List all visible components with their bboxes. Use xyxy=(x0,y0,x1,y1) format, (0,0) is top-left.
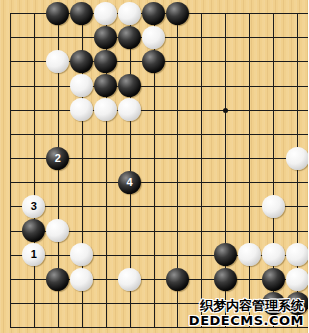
black-stone xyxy=(70,2,93,25)
black-stone xyxy=(118,26,141,49)
black-stone xyxy=(142,2,165,25)
move-number: 3 xyxy=(22,195,45,218)
black-stone xyxy=(166,268,189,291)
black-stone xyxy=(70,50,93,73)
watermark: 织梦内容管理系统 DEDECMS.COM xyxy=(189,298,304,328)
grid-line-horizontal xyxy=(10,110,308,111)
white-stone xyxy=(286,147,309,170)
white-stone xyxy=(238,243,261,266)
go-board: 2431 织梦内容管理系统 DEDECMS.COM xyxy=(0,0,308,333)
white-stone xyxy=(70,243,93,266)
white-stone xyxy=(118,268,141,291)
white-stone xyxy=(142,26,165,49)
white-stone: 3 xyxy=(22,195,45,218)
move-number: 1 xyxy=(22,243,45,266)
white-stone xyxy=(262,195,285,218)
move-number: 4 xyxy=(118,171,141,194)
black-stone xyxy=(262,268,285,291)
black-stone: 2 xyxy=(46,147,69,170)
black-stone xyxy=(142,50,165,73)
white-stone xyxy=(46,219,69,242)
grid-line-vertical xyxy=(249,13,250,328)
white-stone xyxy=(286,243,309,266)
white-stone xyxy=(118,2,141,25)
grid-line-vertical xyxy=(34,13,35,328)
grid-line-vertical xyxy=(10,13,11,328)
white-stone xyxy=(70,268,93,291)
grid-line-horizontal xyxy=(10,182,308,183)
black-stone xyxy=(214,243,237,266)
white-stone xyxy=(286,268,309,291)
grid-line-horizontal xyxy=(10,86,308,87)
black-stone xyxy=(94,26,117,49)
black-stone xyxy=(46,268,69,291)
move-number: 2 xyxy=(46,147,69,170)
white-stone xyxy=(94,2,117,25)
watermark-line1: 织梦内容管理系统 xyxy=(189,298,304,313)
grid-line-vertical xyxy=(201,13,202,328)
white-stone xyxy=(46,50,69,73)
white-stone xyxy=(262,243,285,266)
white-stone xyxy=(118,98,141,121)
black-stone: 4 xyxy=(118,171,141,194)
white-stone xyxy=(70,74,93,97)
black-stone xyxy=(46,2,69,25)
black-stone xyxy=(94,50,117,73)
black-stone xyxy=(214,268,237,291)
black-stone xyxy=(118,74,141,97)
white-stone xyxy=(94,98,117,121)
grid-line-horizontal xyxy=(10,134,308,135)
black-stone xyxy=(166,2,189,25)
star-point xyxy=(223,108,228,113)
black-stone xyxy=(94,74,117,97)
watermark-line2: DEDECMS.COM xyxy=(189,313,304,328)
white-stone: 1 xyxy=(22,243,45,266)
white-stone xyxy=(70,98,93,121)
black-stone xyxy=(22,219,45,242)
